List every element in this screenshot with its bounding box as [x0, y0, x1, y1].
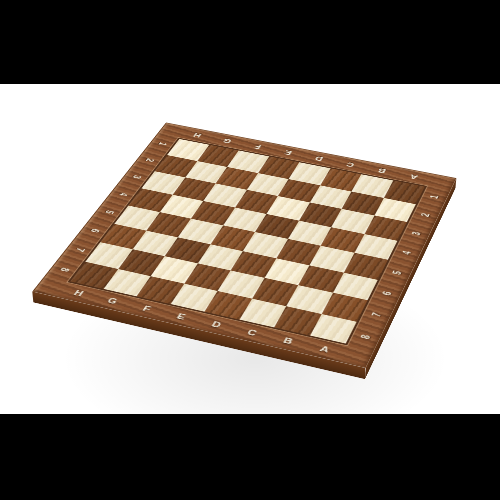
square-a7: [321, 293, 367, 322]
letterbox-bottom: [0, 414, 500, 500]
square-b7: [286, 285, 332, 314]
letterbox-top: [0, 0, 500, 84]
square-c7: [252, 278, 298, 306]
square-e6: [197, 244, 243, 271]
square-e8: [170, 283, 217, 311]
square-c6: [264, 258, 309, 285]
square-g8: [103, 269, 151, 297]
square-f8: [137, 276, 185, 304]
square-c5: [276, 239, 321, 265]
square-f7: [151, 256, 198, 283]
photo-area: HGFEDCBA HGFEDCBA 12345678 12345678: [0, 84, 500, 414]
square-f6: [165, 237, 211, 263]
square-b6: [298, 265, 343, 293]
square-d6: [231, 251, 277, 278]
square-a6: [333, 272, 378, 300]
rank-label-left-7: 7: [58, 239, 101, 259]
square-a8: [310, 314, 357, 344]
square-b8: [274, 306, 321, 336]
square-d7: [218, 270, 264, 298]
square-h7: [86, 242, 133, 268]
square-a4: [354, 234, 398, 260]
square-a5: [344, 253, 388, 280]
square-d8: [204, 291, 251, 320]
square-b5: [310, 246, 354, 273]
square-c8: [239, 298, 286, 327]
square-e7: [184, 263, 231, 290]
product-photo-stage: HGFEDCBA HGFEDCBA 12345678 12345678: [0, 0, 500, 500]
square-g6: [132, 230, 178, 256]
square-h8: [70, 261, 118, 288]
square-g7: [118, 249, 165, 276]
square-d5: [243, 232, 288, 258]
